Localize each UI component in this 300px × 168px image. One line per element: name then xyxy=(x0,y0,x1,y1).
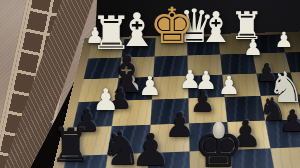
piece-white-P-b2[interactable]: ♟ xyxy=(243,37,263,59)
pieces-layer: ♜♝♚♛♝♜♟♟♟♟♟♟♟♟♞♟♝♟♟♜♞♟♟♟♚♟♟♞♟ xyxy=(0,0,300,168)
piece-white-P-f3[interactable]: ♟ xyxy=(138,73,161,99)
piece-white-P-a2[interactable]: ♟ xyxy=(275,30,294,51)
piece-black-P-a5[interactable]: ♟ xyxy=(280,106,300,136)
king-light-finial xyxy=(213,122,225,139)
piece-black-P-f7[interactable]: ♟ xyxy=(131,128,170,168)
piece-black-K-d7[interactable]: ♚ xyxy=(194,119,244,168)
chess-photo-scene: ♜♝♚♛♝♜♟♟♟♟♟♟♟♟♞♟♝♟♟♜♞♟♟♟♚♟♟♞♟ xyxy=(0,0,300,168)
piece-white-P-c3[interactable]: ♟ xyxy=(218,73,240,98)
piece-black-R-h6[interactable]: ♜ xyxy=(50,122,91,168)
piece-white-B-c1[interactable]: ♝ xyxy=(197,7,235,49)
